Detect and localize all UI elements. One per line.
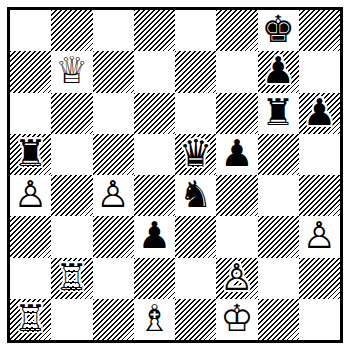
square-e8[interactable]	[175, 10, 216, 51]
square-h5[interactable]	[299, 134, 340, 175]
square-b6[interactable]	[51, 93, 92, 134]
square-g2[interactable]	[258, 258, 299, 299]
square-g7[interactable]: ♟	[258, 51, 299, 92]
black-knight: ♞	[179, 176, 212, 213]
square-e1[interactable]	[175, 299, 216, 340]
square-b2[interactable]: ♖	[51, 258, 92, 299]
square-e6[interactable]	[175, 93, 216, 134]
square-e7[interactable]	[175, 51, 216, 92]
square-a3[interactable]	[10, 216, 51, 257]
black-pawn: ♟	[303, 94, 336, 131]
square-d5[interactable]	[134, 134, 175, 175]
white-pawn: ♙	[303, 217, 336, 254]
square-c4[interactable]: ♙	[93, 175, 134, 216]
square-c8[interactable]	[93, 10, 134, 51]
square-h6[interactable]: ♟	[299, 93, 340, 134]
square-h7[interactable]	[299, 51, 340, 92]
square-f7[interactable]	[216, 51, 257, 92]
square-h1[interactable]	[299, 299, 340, 340]
square-b5[interactable]	[51, 134, 92, 175]
square-f8[interactable]	[216, 10, 257, 51]
square-g6[interactable]: ♜	[258, 93, 299, 134]
square-g1[interactable]	[258, 299, 299, 340]
square-f6[interactable]	[216, 93, 257, 134]
square-f5[interactable]: ♟	[216, 134, 257, 175]
square-e5[interactable]: ♛	[175, 134, 216, 175]
square-c7[interactable]	[93, 51, 134, 92]
black-pawn: ♟	[138, 217, 171, 254]
square-b1[interactable]	[51, 299, 92, 340]
black-queen: ♛	[179, 135, 212, 172]
white-rook: ♖	[55, 259, 88, 296]
square-e2[interactable]	[175, 258, 216, 299]
square-c3[interactable]	[93, 216, 134, 257]
white-rook: ♖	[14, 300, 47, 337]
square-d3[interactable]: ♟	[134, 216, 175, 257]
square-e3[interactable]	[175, 216, 216, 257]
square-f2[interactable]: ♙	[216, 258, 257, 299]
black-rook: ♜	[14, 135, 47, 172]
black-rook: ♜	[262, 94, 295, 131]
square-h2[interactable]	[299, 258, 340, 299]
square-d1[interactable]: ♗	[134, 299, 175, 340]
white-pawn: ♙	[97, 176, 130, 213]
square-a2[interactable]	[10, 258, 51, 299]
white-queen: ♕	[55, 52, 88, 89]
white-pawn: ♙	[14, 176, 47, 213]
square-d8[interactable]	[134, 10, 175, 51]
white-king: ♔	[220, 300, 253, 337]
square-b4[interactable]	[51, 175, 92, 216]
square-b7[interactable]: ♕	[51, 51, 92, 92]
square-a8[interactable]	[10, 10, 51, 51]
chess-board: ♚♕♟♜♟♜♛♟♙♙♞♟♙♖♙♖♗♔	[10, 10, 340, 340]
square-g4[interactable]	[258, 175, 299, 216]
square-a7[interactable]	[10, 51, 51, 92]
square-h8[interactable]	[299, 10, 340, 51]
chess-board-frame: ♚♕♟♜♟♜♛♟♙♙♞♟♙♖♙♖♗♔	[7, 7, 343, 343]
square-f3[interactable]	[216, 216, 257, 257]
square-e4[interactable]: ♞	[175, 175, 216, 216]
square-d6[interactable]	[134, 93, 175, 134]
square-f4[interactable]	[216, 175, 257, 216]
square-c5[interactable]	[93, 134, 134, 175]
white-bishop: ♗	[138, 300, 171, 337]
square-a1[interactable]: ♖	[10, 299, 51, 340]
square-c1[interactable]	[93, 299, 134, 340]
black-king: ♚	[262, 11, 295, 48]
square-f1[interactable]: ♔	[216, 299, 257, 340]
square-c2[interactable]	[93, 258, 134, 299]
square-h4[interactable]	[299, 175, 340, 216]
square-b3[interactable]	[51, 216, 92, 257]
square-a4[interactable]: ♙	[10, 175, 51, 216]
square-d7[interactable]	[134, 51, 175, 92]
black-pawn: ♟	[262, 52, 295, 89]
black-pawn: ♟	[220, 135, 253, 172]
square-h3[interactable]: ♙	[299, 216, 340, 257]
square-c6[interactable]	[93, 93, 134, 134]
square-a6[interactable]	[10, 93, 51, 134]
square-d2[interactable]	[134, 258, 175, 299]
square-g3[interactable]	[258, 216, 299, 257]
square-g5[interactable]	[258, 134, 299, 175]
square-g8[interactable]: ♚	[258, 10, 299, 51]
square-a5[interactable]: ♜	[10, 134, 51, 175]
square-d4[interactable]	[134, 175, 175, 216]
square-b8[interactable]	[51, 10, 92, 51]
white-pawn: ♙	[220, 259, 253, 296]
